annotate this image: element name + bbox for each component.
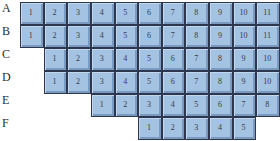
seat-cell-B8[interactable]: 8	[185, 25, 209, 48]
seat-cell-A3[interactable]: 3	[67, 2, 91, 25]
seat-cell-E2[interactable]: 2	[115, 94, 139, 117]
seat-cell-B4[interactable]: 4	[91, 25, 115, 48]
seat-cell-A10[interactable]: 10	[233, 2, 257, 25]
seat-cell-D10[interactable]: 10	[256, 71, 280, 94]
seat-cell-B3[interactable]: 3	[67, 25, 91, 48]
seat-cell-E1[interactable]: 1	[91, 94, 115, 117]
seat-cell-D9[interactable]: 9	[233, 71, 257, 94]
seat-cell-F5[interactable]: 5	[233, 117, 257, 140]
seat-cell-D6[interactable]: 6	[162, 71, 186, 94]
seat-cell-B9[interactable]: 9	[209, 25, 233, 48]
seat-cell-C5[interactable]: 5	[138, 48, 162, 71]
seat-cell-B2[interactable]: 2	[44, 25, 68, 48]
seat-cell-A1[interactable]: 1	[20, 2, 44, 25]
seat-cell-A4[interactable]: 4	[91, 2, 115, 25]
seat-cell-B11[interactable]: 11	[256, 25, 280, 48]
seat-cell-A7[interactable]: 7	[162, 2, 186, 25]
seat-cell-C2[interactable]: 2	[67, 48, 91, 71]
seat-cell-A6[interactable]: 6	[138, 2, 162, 25]
seat-cell-A5[interactable]: 5	[115, 2, 139, 25]
seat-cell-C10[interactable]: 10	[256, 48, 280, 71]
row-label-D: D	[0, 71, 20, 94]
seat-cell-C4[interactable]: 4	[115, 48, 139, 71]
seat-cell-D2[interactable]: 2	[67, 71, 91, 94]
row-label-B: B	[0, 25, 20, 48]
seat-cell-B10[interactable]: 10	[233, 25, 257, 48]
row-label-A: A	[0, 2, 20, 25]
seat-cell-E8[interactable]: 8	[256, 94, 280, 117]
seat-cell-F1[interactable]: 1	[138, 117, 162, 140]
seat-cell-C9[interactable]: 9	[233, 48, 257, 71]
seat-cell-E5[interactable]: 5	[185, 94, 209, 117]
row-label-E: E	[0, 94, 20, 117]
seat-cell-E4[interactable]: 4	[162, 94, 186, 117]
seat-cell-C3[interactable]: 3	[91, 48, 115, 71]
seat-cell-A11[interactable]: 11	[256, 2, 280, 25]
seat-cell-A8[interactable]: 8	[185, 2, 209, 25]
seat-cell-B7[interactable]: 7	[162, 25, 186, 48]
seat-cell-D7[interactable]: 7	[185, 71, 209, 94]
seat-cell-A9[interactable]: 9	[209, 2, 233, 25]
seat-cell-C7[interactable]: 7	[185, 48, 209, 71]
seat-cell-D4[interactable]: 4	[115, 71, 139, 94]
seat-cell-A2[interactable]: 2	[44, 2, 68, 25]
seat-cell-D8[interactable]: 8	[209, 71, 233, 94]
seat-cell-C6[interactable]: 6	[162, 48, 186, 71]
seat-cell-C8[interactable]: 8	[209, 48, 233, 71]
seat-cell-B5[interactable]: 5	[115, 25, 139, 48]
seat-cell-D3[interactable]: 3	[91, 71, 115, 94]
row-label-C: C	[0, 48, 20, 71]
seat-cell-D1[interactable]: 1	[44, 71, 68, 94]
seat-cell-C1[interactable]: 1	[44, 48, 68, 71]
seat-cell-F3[interactable]: 3	[185, 117, 209, 140]
seat-cell-B1[interactable]: 1	[20, 25, 44, 48]
seat-cell-F4[interactable]: 4	[209, 117, 233, 140]
seat-map-grid: A1234567891011B1234567891011C12345678910…	[0, 0, 280, 141]
seat-cell-E6[interactable]: 6	[209, 94, 233, 117]
seat-cell-E7[interactable]: 7	[233, 94, 257, 117]
seat-cell-F2[interactable]: 2	[162, 117, 186, 140]
row-label-F: F	[0, 117, 20, 140]
seat-cell-B6[interactable]: 6	[138, 25, 162, 48]
seat-cell-E3[interactable]: 3	[138, 94, 162, 117]
seat-cell-D5[interactable]: 5	[138, 71, 162, 94]
